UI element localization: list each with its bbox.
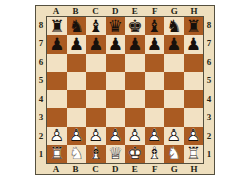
square-a4[interactable] bbox=[47, 90, 67, 108]
white-pawn-outline: ♙ bbox=[106, 127, 126, 145]
square-c7[interactable]: ♟ bbox=[86, 35, 106, 53]
square-d6[interactable] bbox=[106, 54, 126, 72]
square-b4[interactable] bbox=[67, 90, 87, 108]
rank-label-8: 8 bbox=[204, 16, 214, 35]
square-f2[interactable]: ♟♙ bbox=[145, 127, 165, 145]
square-c2[interactable]: ♟♙ bbox=[86, 127, 106, 145]
white-rook: ♜♖ bbox=[47, 145, 67, 163]
white-pawn-outline: ♙ bbox=[184, 127, 204, 145]
square-g6[interactable] bbox=[164, 54, 184, 72]
square-b2[interactable]: ♟♙ bbox=[67, 127, 87, 145]
square-c5[interactable] bbox=[86, 72, 106, 90]
white-pawn: ♟♙ bbox=[86, 127, 106, 145]
white-pawn: ♟♙ bbox=[164, 127, 184, 145]
square-a8[interactable]: ♜ bbox=[47, 17, 67, 35]
rank-label-4: 4 bbox=[36, 90, 46, 109]
square-d4[interactable] bbox=[106, 90, 126, 108]
square-h4[interactable] bbox=[184, 90, 204, 108]
white-pawn: ♟♙ bbox=[47, 127, 67, 145]
black-pawn: ♟ bbox=[127, 36, 142, 53]
white-pawn: ♟♙ bbox=[184, 127, 204, 145]
black-pawn: ♟ bbox=[49, 36, 64, 53]
white-pawn: ♟♙ bbox=[67, 127, 87, 145]
file-label-D: D bbox=[105, 164, 125, 174]
square-d3[interactable] bbox=[106, 108, 126, 126]
white-bishop: ♝♗ bbox=[86, 145, 106, 163]
square-h7[interactable]: ♟ bbox=[184, 35, 204, 53]
square-d7[interactable]: ♟ bbox=[106, 35, 126, 53]
white-knight: ♞♘ bbox=[164, 145, 184, 163]
file-label-C: C bbox=[86, 6, 106, 16]
file-label-C: C bbox=[86, 164, 106, 174]
square-a5[interactable] bbox=[47, 72, 67, 90]
square-f7[interactable]: ♟ bbox=[145, 35, 165, 53]
square-h6[interactable] bbox=[184, 54, 204, 72]
square-f1[interactable]: ♝♗ bbox=[145, 145, 165, 163]
rank-label-6: 6 bbox=[204, 53, 214, 72]
square-c6[interactable] bbox=[86, 54, 106, 72]
white-rook-outline: ♖ bbox=[47, 145, 67, 163]
file-label-G: G bbox=[165, 164, 185, 174]
white-rook-outline: ♖ bbox=[184, 145, 204, 163]
white-queen: ♛♕ bbox=[106, 145, 126, 163]
white-king-outline: ♔ bbox=[125, 145, 145, 163]
white-knight: ♞♘ bbox=[67, 145, 87, 163]
white-pawn: ♟♙ bbox=[106, 127, 126, 145]
square-e6[interactable] bbox=[125, 54, 145, 72]
square-a3[interactable] bbox=[47, 108, 67, 126]
rank-label-3: 3 bbox=[204, 109, 214, 128]
file-label-H: H bbox=[184, 6, 204, 16]
rank-label-4: 4 bbox=[204, 90, 214, 109]
square-d8[interactable]: ♛ bbox=[106, 17, 126, 35]
white-queen-outline: ♕ bbox=[106, 145, 126, 163]
square-g8[interactable]: ♞ bbox=[164, 17, 184, 35]
file-labels-top: ABCDEFGH bbox=[46, 6, 204, 16]
square-h8[interactable]: ♜ bbox=[184, 17, 204, 35]
white-rook: ♜♖ bbox=[184, 145, 204, 163]
square-e8[interactable]: ♚ bbox=[125, 17, 145, 35]
square-b1[interactable]: ♞♘ bbox=[67, 145, 87, 163]
square-g7[interactable]: ♟ bbox=[164, 35, 184, 53]
square-f6[interactable] bbox=[145, 54, 165, 72]
file-label-G: G bbox=[165, 6, 185, 16]
square-a2[interactable]: ♟♙ bbox=[47, 127, 67, 145]
square-g2[interactable]: ♟♙ bbox=[164, 127, 184, 145]
rank-labels-right: 87654321 bbox=[204, 16, 214, 164]
square-f3[interactable] bbox=[145, 108, 165, 126]
file-label-F: F bbox=[145, 6, 165, 16]
square-e3[interactable] bbox=[125, 108, 145, 126]
file-label-E: E bbox=[125, 164, 145, 174]
rank-label-2: 2 bbox=[36, 127, 46, 146]
black-bishop: ♝ bbox=[147, 18, 162, 35]
square-b8[interactable]: ♞ bbox=[67, 17, 87, 35]
black-rook: ♜ bbox=[49, 18, 64, 35]
square-c1[interactable]: ♝♗ bbox=[86, 145, 106, 163]
white-pawn-outline: ♙ bbox=[47, 127, 67, 145]
square-e4[interactable] bbox=[125, 90, 145, 108]
square-e2[interactable]: ♟♙ bbox=[125, 127, 145, 145]
black-pawn: ♟ bbox=[166, 36, 181, 53]
square-b3[interactable] bbox=[67, 108, 87, 126]
rank-label-7: 7 bbox=[36, 35, 46, 54]
square-e1[interactable]: ♚♔ bbox=[125, 145, 145, 163]
square-g3[interactable] bbox=[164, 108, 184, 126]
black-pawn: ♟ bbox=[69, 36, 84, 53]
file-label-A: A bbox=[46, 6, 66, 16]
square-f8[interactable]: ♝ bbox=[145, 17, 165, 35]
white-bishop-outline: ♗ bbox=[145, 145, 165, 163]
white-pawn-outline: ♙ bbox=[164, 127, 184, 145]
square-b7[interactable]: ♟ bbox=[67, 35, 87, 53]
rank-label-5: 5 bbox=[36, 72, 46, 91]
square-c3[interactable] bbox=[86, 108, 106, 126]
file-label-A: A bbox=[46, 164, 66, 174]
file-labels-bottom: ABCDEFGH bbox=[46, 164, 204, 174]
square-g4[interactable] bbox=[164, 90, 184, 108]
rank-labels-left: 87654321 bbox=[36, 16, 46, 164]
page: ABCDEFGH ABCDEFGH 87654321 87654321 ♜♞♝♛… bbox=[0, 0, 250, 180]
white-pawn-outline: ♙ bbox=[145, 127, 165, 145]
square-d1[interactable]: ♛♕ bbox=[106, 145, 126, 163]
square-a7[interactable]: ♟ bbox=[47, 35, 67, 53]
file-label-B: B bbox=[66, 164, 86, 174]
square-d2[interactable]: ♟♙ bbox=[106, 127, 126, 145]
file-label-F: F bbox=[145, 164, 165, 174]
chess-board: ABCDEFGH ABCDEFGH 87654321 87654321 ♜♞♝♛… bbox=[35, 5, 215, 175]
square-h1[interactable]: ♜♖ bbox=[184, 145, 204, 163]
rank-label-3: 3 bbox=[36, 109, 46, 128]
square-h2[interactable]: ♟♙ bbox=[184, 127, 204, 145]
square-e5[interactable] bbox=[125, 72, 145, 90]
square-g5[interactable] bbox=[164, 72, 184, 90]
square-b5[interactable] bbox=[67, 72, 87, 90]
square-f4[interactable] bbox=[145, 90, 165, 108]
rank-label-1: 1 bbox=[36, 146, 46, 165]
square-c4[interactable] bbox=[86, 90, 106, 108]
white-knight-outline: ♘ bbox=[67, 145, 87, 163]
rank-label-5: 5 bbox=[204, 72, 214, 91]
square-e7[interactable]: ♟ bbox=[125, 35, 145, 53]
square-a1[interactable]: ♜♖ bbox=[47, 145, 67, 163]
black-king: ♚ bbox=[127, 18, 142, 35]
square-g1[interactable]: ♞♘ bbox=[164, 145, 184, 163]
black-queen: ♛ bbox=[108, 18, 123, 35]
square-h3[interactable] bbox=[184, 108, 204, 126]
rank-label-7: 7 bbox=[204, 35, 214, 54]
square-a6[interactable] bbox=[47, 54, 67, 72]
white-bishop: ♝♗ bbox=[145, 145, 165, 163]
white-knight-outline: ♘ bbox=[164, 145, 184, 163]
square-f5[interactable] bbox=[145, 72, 165, 90]
file-label-B: B bbox=[66, 6, 86, 16]
black-pawn: ♟ bbox=[88, 36, 103, 53]
rank-label-2: 2 bbox=[204, 127, 214, 146]
white-bishop-outline: ♗ bbox=[86, 145, 106, 163]
white-pawn-outline: ♙ bbox=[125, 127, 145, 145]
white-pawn-outline: ♙ bbox=[86, 127, 106, 145]
square-c8[interactable]: ♝ bbox=[86, 17, 106, 35]
rank-label-6: 6 bbox=[36, 53, 46, 72]
chess-board-grid: ♜♞♝♛♚♝♞♜♟♟♟♟♟♟♟♟♟♙♟♙♟♙♟♙♟♙♟♙♟♙♟♙♜♖♞♘♝♗♛♕… bbox=[46, 16, 204, 164]
black-pawn: ♟ bbox=[147, 36, 162, 53]
square-d5[interactable] bbox=[106, 72, 126, 90]
black-rook: ♜ bbox=[186, 18, 201, 35]
rank-label-8: 8 bbox=[36, 16, 46, 35]
file-label-D: D bbox=[105, 6, 125, 16]
white-pawn: ♟♙ bbox=[145, 127, 165, 145]
black-bishop: ♝ bbox=[88, 18, 103, 35]
file-label-E: E bbox=[125, 6, 145, 16]
rank-label-1: 1 bbox=[204, 146, 214, 165]
black-pawn: ♟ bbox=[186, 36, 201, 53]
square-b6[interactable] bbox=[67, 54, 87, 72]
file-label-H: H bbox=[184, 164, 204, 174]
white-king: ♚♔ bbox=[125, 145, 145, 163]
square-h5[interactable] bbox=[184, 72, 204, 90]
black-knight: ♞ bbox=[166, 18, 181, 35]
white-pawn-outline: ♙ bbox=[67, 127, 87, 145]
black-knight: ♞ bbox=[69, 18, 84, 35]
white-pawn: ♟♙ bbox=[125, 127, 145, 145]
black-pawn: ♟ bbox=[108, 36, 123, 53]
